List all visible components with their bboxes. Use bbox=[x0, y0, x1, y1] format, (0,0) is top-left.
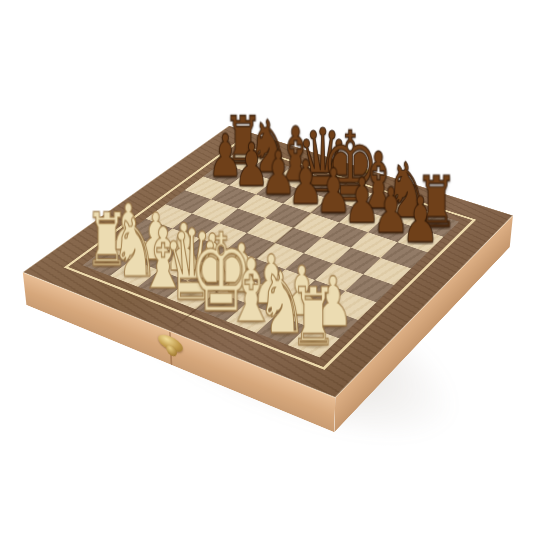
square-h6[interactable] bbox=[381, 242, 428, 268]
product-photo-scene: ♜♞♝♛♚♝♞♜♟♟♟♟♟♟♟♟♟♟♟♟♟♟♟♟♜♞♝♛♚♝♞♜ bbox=[0, 0, 533, 533]
square-h5[interactable] bbox=[363, 258, 411, 285]
